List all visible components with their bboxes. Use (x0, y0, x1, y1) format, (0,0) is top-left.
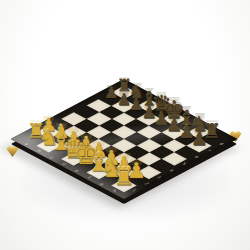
piece-black-pawn-h7[interactable]: ♟ (191, 129, 208, 148)
piece-white-rook-h1[interactable]: ♜ (113, 164, 135, 188)
pieces-layer: ♜♜♞♞♝♝♛♛♚♚♝♝♞♞♜♜♟♟♟♟♟♟♟♟♟♟♟♟♟♟♟♟♟♟♟♟♟♟♟♟… (0, 0, 250, 250)
chess-set-photo: abcdefgh12345678 ♜♜♞♞♝♝♛♛♚♚♝♝♞♞♜♜♟♟♟♟♟♟♟… (0, 0, 250, 250)
